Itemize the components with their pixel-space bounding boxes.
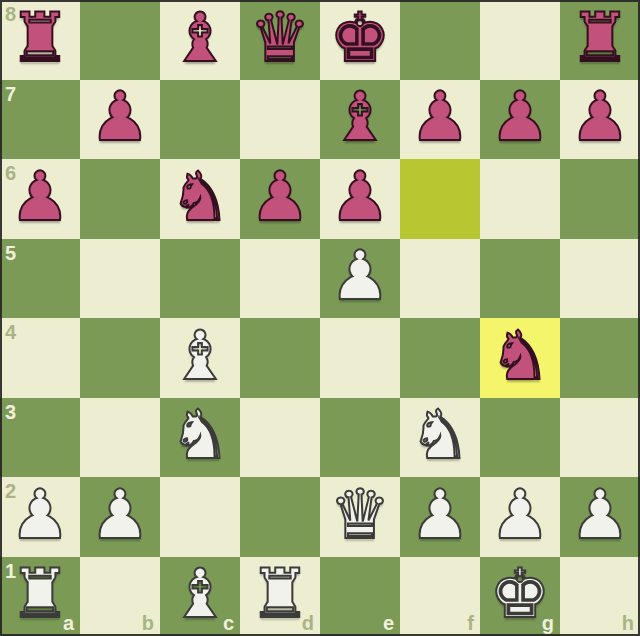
black-pawn-g7[interactable]: ♟ (480, 80, 560, 160)
square-d3[interactable] (240, 398, 320, 478)
square-e3[interactable] (320, 398, 400, 478)
white-queen-e2[interactable]: ♛ (320, 477, 400, 557)
square-a4[interactable]: 4 (0, 318, 80, 398)
white-pawn-e5[interactable]: ♟ (320, 239, 400, 319)
square-a3[interactable]: 3 (0, 398, 80, 478)
square-h6[interactable] (560, 159, 640, 239)
white-knight-f3[interactable]: ♞ (400, 398, 480, 478)
square-c7[interactable] (160, 80, 240, 160)
square-a2[interactable]: 2♟ (0, 477, 80, 557)
black-king-e8[interactable]: ♚ (320, 0, 400, 80)
square-g8[interactable] (480, 0, 560, 80)
file-label-f: f (467, 613, 474, 633)
black-pawn-f7[interactable]: ♟ (400, 80, 480, 160)
square-d2[interactable] (240, 477, 320, 557)
square-f6[interactable] (400, 159, 480, 239)
square-h4[interactable] (560, 318, 640, 398)
black-rook-a8[interactable]: ♜ (0, 0, 80, 80)
white-bishop-c1[interactable]: ♝ (160, 557, 240, 636)
black-pawn-d6[interactable]: ♟ (240, 159, 320, 239)
square-c5[interactable] (160, 239, 240, 319)
square-f3[interactable]: ♞ (400, 398, 480, 478)
white-rook-a1[interactable]: ♜ (0, 557, 80, 636)
white-pawn-b2[interactable]: ♟ (80, 477, 160, 557)
square-a5[interactable]: 5 (0, 239, 80, 319)
square-g2[interactable]: ♟ (480, 477, 560, 557)
square-f2[interactable]: ♟ (400, 477, 480, 557)
square-g6[interactable] (480, 159, 560, 239)
square-c8[interactable]: ♝ (160, 0, 240, 80)
rank-label-4: 4 (5, 322, 16, 342)
white-pawn-a2[interactable]: ♟ (0, 477, 80, 557)
square-e2[interactable]: ♛ (320, 477, 400, 557)
square-g4[interactable]: ♞ (480, 318, 560, 398)
square-c4[interactable]: ♝ (160, 318, 240, 398)
white-pawn-h2[interactable]: ♟ (560, 477, 640, 557)
black-bishop-c8[interactable]: ♝ (160, 0, 240, 80)
white-bishop-c4[interactable]: ♝ (160, 318, 240, 398)
black-pawn-b7[interactable]: ♟ (80, 80, 160, 160)
square-e8[interactable]: ♚ (320, 0, 400, 80)
square-b8[interactable] (80, 0, 160, 80)
square-c3[interactable]: ♞ (160, 398, 240, 478)
square-g3[interactable] (480, 398, 560, 478)
square-d7[interactable] (240, 80, 320, 160)
white-rook-d1[interactable]: ♜ (240, 557, 320, 636)
square-b1[interactable]: b (80, 557, 160, 636)
square-b6[interactable] (80, 159, 160, 239)
square-d5[interactable] (240, 239, 320, 319)
square-b3[interactable] (80, 398, 160, 478)
square-e6[interactable]: ♟ (320, 159, 400, 239)
square-d6[interactable]: ♟ (240, 159, 320, 239)
square-d8[interactable]: ♛ (240, 0, 320, 80)
square-d1[interactable]: d♜ (240, 557, 320, 636)
square-h2[interactable]: ♟ (560, 477, 640, 557)
file-label-e: e (383, 613, 394, 633)
square-h3[interactable] (560, 398, 640, 478)
white-pawn-g2[interactable]: ♟ (480, 477, 560, 557)
square-d4[interactable] (240, 318, 320, 398)
square-h7[interactable]: ♟ (560, 80, 640, 160)
square-g5[interactable] (480, 239, 560, 319)
black-rook-h8[interactable]: ♜ (560, 0, 640, 80)
square-e7[interactable]: ♝ (320, 80, 400, 160)
square-g7[interactable]: ♟ (480, 80, 560, 160)
square-e5[interactable]: ♟ (320, 239, 400, 319)
square-b2[interactable]: ♟ (80, 477, 160, 557)
rank-label-7: 7 (5, 84, 16, 104)
square-e1[interactable]: e (320, 557, 400, 636)
square-e4[interactable] (320, 318, 400, 398)
square-a8[interactable]: 8♜ (0, 0, 80, 80)
square-h1[interactable]: h (560, 557, 640, 636)
square-g1[interactable]: g♚ (480, 557, 560, 636)
white-pawn-f2[interactable]: ♟ (400, 477, 480, 557)
black-bishop-e7[interactable]: ♝ (320, 80, 400, 160)
chess-board-container: 8♜♝♛♚♜7♟♝♟♟♟6♟♞♟♟5♟4♝♞3♞♞2♟♟♛♟♟♟1a♜bc♝d♜… (0, 0, 640, 636)
rank-label-3: 3 (5, 402, 16, 422)
square-b7[interactable]: ♟ (80, 80, 160, 160)
square-c1[interactable]: c♝ (160, 557, 240, 636)
square-h8[interactable]: ♜ (560, 0, 640, 80)
black-knight-c6[interactable]: ♞ (160, 159, 240, 239)
white-knight-c3[interactable]: ♞ (160, 398, 240, 478)
square-c2[interactable] (160, 477, 240, 557)
square-f5[interactable] (400, 239, 480, 319)
rank-label-5: 5 (5, 243, 16, 263)
square-a6[interactable]: 6♟ (0, 159, 80, 239)
black-pawn-a6[interactable]: ♟ (0, 159, 80, 239)
square-b4[interactable] (80, 318, 160, 398)
chess-board: 8♜♝♛♚♜7♟♝♟♟♟6♟♞♟♟5♟4♝♞3♞♞2♟♟♛♟♟♟1a♜bc♝d♜… (0, 0, 640, 636)
square-f1[interactable]: f (400, 557, 480, 636)
square-f4[interactable] (400, 318, 480, 398)
black-pawn-e6[interactable]: ♟ (320, 159, 400, 239)
white-king-g1[interactable]: ♚ (480, 557, 560, 636)
square-c6[interactable]: ♞ (160, 159, 240, 239)
file-label-h: h (622, 613, 634, 633)
square-a7[interactable]: 7 (0, 80, 80, 160)
square-b5[interactable] (80, 239, 160, 319)
square-a1[interactable]: 1a♜ (0, 557, 80, 636)
black-pawn-h7[interactable]: ♟ (560, 80, 640, 160)
square-h5[interactable] (560, 239, 640, 319)
file-label-b: b (142, 613, 154, 633)
black-knight-g4[interactable]: ♞ (480, 318, 560, 398)
square-f7[interactable]: ♟ (400, 80, 480, 160)
black-queen-d8[interactable]: ♛ (240, 0, 320, 80)
square-f8[interactable] (400, 0, 480, 80)
